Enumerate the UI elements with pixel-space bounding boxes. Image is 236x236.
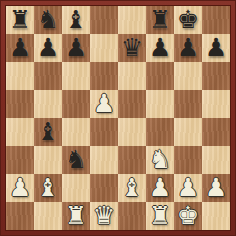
square-d8[interactable] (90, 6, 118, 34)
piece-black-queen[interactable]: ♛ (121, 34, 143, 62)
square-h4[interactable] (202, 118, 230, 146)
square-f5[interactable] (146, 90, 174, 118)
piece-black-bishop[interactable]: ♝ (65, 6, 87, 34)
square-h7[interactable]: ♟ (202, 34, 230, 62)
square-d6[interactable] (90, 62, 118, 90)
square-h2[interactable]: ♟ (202, 174, 230, 202)
square-a7[interactable]: ♟ (6, 34, 34, 62)
square-f7[interactable]: ♟ (146, 34, 174, 62)
piece-black-pawn[interactable]: ♟ (177, 34, 199, 62)
square-g1[interactable]: ♚ (174, 202, 202, 230)
square-c2[interactable] (62, 174, 90, 202)
square-a5[interactable] (6, 90, 34, 118)
square-d5[interactable]: ♟ (90, 90, 118, 118)
square-b2[interactable]: ♝ (34, 174, 62, 202)
piece-white-king[interactable]: ♚ (177, 202, 199, 230)
piece-black-king[interactable]: ♚ (177, 6, 199, 34)
piece-white-pawn[interactable]: ♟ (9, 174, 31, 202)
square-e4[interactable] (118, 118, 146, 146)
piece-black-pawn[interactable]: ♟ (9, 34, 31, 62)
square-h8[interactable] (202, 6, 230, 34)
square-a8[interactable]: ♜ (6, 6, 34, 34)
square-a2[interactable]: ♟ (6, 174, 34, 202)
square-c4[interactable] (62, 118, 90, 146)
square-g8[interactable]: ♚ (174, 6, 202, 34)
piece-white-pawn[interactable]: ♟ (177, 174, 199, 202)
piece-black-rook[interactable]: ♜ (9, 6, 31, 34)
square-f2[interactable]: ♟ (146, 174, 174, 202)
square-d7[interactable] (90, 34, 118, 62)
square-f8[interactable]: ♜ (146, 6, 174, 34)
square-e8[interactable] (118, 6, 146, 34)
piece-white-knight[interactable]: ♞ (149, 146, 171, 174)
square-a3[interactable] (6, 146, 34, 174)
square-h5[interactable] (202, 90, 230, 118)
square-c5[interactable] (62, 90, 90, 118)
square-e5[interactable] (118, 90, 146, 118)
square-c3[interactable]: ♞ (62, 146, 90, 174)
square-a4[interactable] (6, 118, 34, 146)
square-b3[interactable] (34, 146, 62, 174)
square-e3[interactable] (118, 146, 146, 174)
square-a1[interactable] (6, 202, 34, 230)
square-f6[interactable] (146, 62, 174, 90)
square-b5[interactable] (34, 90, 62, 118)
piece-black-pawn[interactable]: ♟ (65, 34, 87, 62)
square-d3[interactable] (90, 146, 118, 174)
piece-white-pawn[interactable]: ♟ (149, 174, 171, 202)
chess-board: ♜♞♝♜♚♟♟♟♛♟♟♟♟♝♞♞♟♝♝♟♟♟♜♛♜♚ (0, 0, 236, 236)
square-e6[interactable] (118, 62, 146, 90)
square-d2[interactable] (90, 174, 118, 202)
square-g3[interactable] (174, 146, 202, 174)
square-b7[interactable]: ♟ (34, 34, 62, 62)
square-g2[interactable]: ♟ (174, 174, 202, 202)
square-d1[interactable]: ♛ (90, 202, 118, 230)
square-a6[interactable] (6, 62, 34, 90)
square-g7[interactable]: ♟ (174, 34, 202, 62)
piece-white-queen[interactable]: ♛ (93, 202, 115, 230)
piece-black-knight[interactable]: ♞ (65, 146, 87, 174)
square-h3[interactable] (202, 146, 230, 174)
piece-black-pawn[interactable]: ♟ (37, 34, 59, 62)
square-e7[interactable]: ♛ (118, 34, 146, 62)
square-e1[interactable] (118, 202, 146, 230)
piece-white-rook[interactable]: ♜ (65, 202, 87, 230)
square-f3[interactable]: ♞ (146, 146, 174, 174)
piece-black-bishop[interactable]: ♝ (37, 118, 59, 146)
square-g6[interactable] (174, 62, 202, 90)
square-h1[interactable] (202, 202, 230, 230)
piece-black-rook[interactable]: ♜ (149, 6, 171, 34)
chess-board-grid: ♜♞♝♜♚♟♟♟♛♟♟♟♟♝♞♞♟♝♝♟♟♟♜♛♜♚ (6, 6, 230, 230)
piece-black-pawn[interactable]: ♟ (149, 34, 171, 62)
square-g5[interactable] (174, 90, 202, 118)
square-b1[interactable] (34, 202, 62, 230)
square-c7[interactable]: ♟ (62, 34, 90, 62)
square-b8[interactable]: ♞ (34, 6, 62, 34)
piece-white-bishop[interactable]: ♝ (121, 174, 143, 202)
square-g4[interactable] (174, 118, 202, 146)
piece-black-knight[interactable]: ♞ (37, 6, 59, 34)
square-e2[interactable]: ♝ (118, 174, 146, 202)
piece-white-rook[interactable]: ♜ (149, 202, 171, 230)
square-b6[interactable] (34, 62, 62, 90)
square-b4[interactable]: ♝ (34, 118, 62, 146)
piece-black-pawn[interactable]: ♟ (205, 34, 227, 62)
piece-white-pawn[interactable]: ♟ (205, 174, 227, 202)
square-f4[interactable] (146, 118, 174, 146)
piece-white-bishop[interactable]: ♝ (37, 174, 59, 202)
piece-white-pawn[interactable]: ♟ (93, 90, 115, 118)
square-d4[interactable] (90, 118, 118, 146)
square-f1[interactable]: ♜ (146, 202, 174, 230)
square-h6[interactable] (202, 62, 230, 90)
square-c6[interactable] (62, 62, 90, 90)
square-c1[interactable]: ♜ (62, 202, 90, 230)
square-c8[interactable]: ♝ (62, 6, 90, 34)
